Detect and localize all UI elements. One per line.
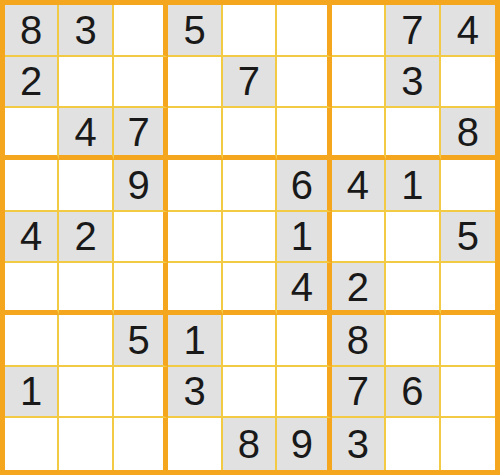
cell-r9c2[interactable]	[59, 418, 113, 470]
cell-r9c5[interactable]: 8	[223, 418, 277, 470]
cell-r7c9[interactable]	[441, 315, 495, 367]
cell-r9c4[interactable]	[168, 418, 222, 470]
cell-r2c2[interactable]	[59, 57, 113, 109]
cell-r7c1[interactable]	[5, 315, 59, 367]
cell-r2c9[interactable]	[441, 57, 495, 109]
cell-r1c4[interactable]: 5	[168, 5, 222, 57]
cell-r8c1[interactable]: 1	[5, 367, 59, 419]
cell-r5c6[interactable]: 1	[277, 212, 331, 264]
cell-r2c4[interactable]	[168, 57, 222, 109]
cell-r3c1[interactable]	[5, 108, 59, 160]
cell-r4c3[interactable]: 9	[114, 160, 168, 212]
cell-r6c3[interactable]	[114, 263, 168, 315]
cell-r9c7[interactable]: 3	[332, 418, 386, 470]
cell-r7c4[interactable]: 1	[168, 315, 222, 367]
cell-r4c2[interactable]	[59, 160, 113, 212]
cell-r8c8[interactable]: 6	[386, 367, 440, 419]
cell-r5c1[interactable]: 4	[5, 212, 59, 264]
cell-r5c5[interactable]	[223, 212, 277, 264]
cell-r1c9[interactable]: 4	[441, 5, 495, 57]
cell-r3c5[interactable]	[223, 108, 277, 160]
cell-r5c3[interactable]	[114, 212, 168, 264]
cell-r3c7[interactable]	[332, 108, 386, 160]
cell-r1c5[interactable]	[223, 5, 277, 57]
cell-r4c6[interactable]: 6	[277, 160, 331, 212]
cell-r4c5[interactable]	[223, 160, 277, 212]
cell-r1c8[interactable]: 7	[386, 5, 440, 57]
cell-r3c6[interactable]	[277, 108, 331, 160]
cell-r1c2[interactable]: 3	[59, 5, 113, 57]
cell-r2c8[interactable]: 3	[386, 57, 440, 109]
cell-r4c1[interactable]	[5, 160, 59, 212]
cell-r9c8[interactable]	[386, 418, 440, 470]
cell-r1c7[interactable]	[332, 5, 386, 57]
cell-r3c9[interactable]: 8	[441, 108, 495, 160]
cell-r1c6[interactable]	[277, 5, 331, 57]
cell-r4c8[interactable]: 1	[386, 160, 440, 212]
cell-r1c1[interactable]: 8	[5, 5, 59, 57]
cell-r3c8[interactable]	[386, 108, 440, 160]
cell-r4c7[interactable]: 4	[332, 160, 386, 212]
cell-r2c5[interactable]: 7	[223, 57, 277, 109]
cell-r4c9[interactable]	[441, 160, 495, 212]
cell-r7c5[interactable]	[223, 315, 277, 367]
cell-r3c2[interactable]: 4	[59, 108, 113, 160]
cell-r7c7[interactable]: 8	[332, 315, 386, 367]
cell-r6c2[interactable]	[59, 263, 113, 315]
cell-r6c4[interactable]	[168, 263, 222, 315]
cell-r6c6[interactable]: 4	[277, 263, 331, 315]
cell-r4c4[interactable]	[168, 160, 222, 212]
cell-r9c9[interactable]	[441, 418, 495, 470]
cell-r8c4[interactable]: 3	[168, 367, 222, 419]
cell-r6c8[interactable]	[386, 263, 440, 315]
sudoku-board: 8357427347896414215425181376893	[0, 0, 500, 475]
cell-r9c1[interactable]	[5, 418, 59, 470]
cell-r5c4[interactable]	[168, 212, 222, 264]
cell-r2c3[interactable]	[114, 57, 168, 109]
cell-r8c3[interactable]	[114, 367, 168, 419]
cell-r5c2[interactable]: 2	[59, 212, 113, 264]
cell-r1c3[interactable]	[114, 5, 168, 57]
cell-r7c8[interactable]	[386, 315, 440, 367]
cell-r2c6[interactable]	[277, 57, 331, 109]
cell-r7c2[interactable]	[59, 315, 113, 367]
cell-r3c3[interactable]: 7	[114, 108, 168, 160]
cell-r6c7[interactable]: 2	[332, 263, 386, 315]
cell-r8c9[interactable]	[441, 367, 495, 419]
cell-r3c4[interactable]	[168, 108, 222, 160]
cell-r8c6[interactable]	[277, 367, 331, 419]
cell-r2c1[interactable]: 2	[5, 57, 59, 109]
cell-r5c8[interactable]	[386, 212, 440, 264]
cell-r6c5[interactable]	[223, 263, 277, 315]
cell-r9c6[interactable]: 9	[277, 418, 331, 470]
cell-r8c7[interactable]: 7	[332, 367, 386, 419]
cell-r5c7[interactable]	[332, 212, 386, 264]
cell-r6c1[interactable]	[5, 263, 59, 315]
cell-r8c2[interactable]	[59, 367, 113, 419]
cell-r7c3[interactable]: 5	[114, 315, 168, 367]
cell-r7c6[interactable]	[277, 315, 331, 367]
cell-r6c9[interactable]	[441, 263, 495, 315]
cell-r2c7[interactable]	[332, 57, 386, 109]
cell-r9c3[interactable]	[114, 418, 168, 470]
cell-r8c5[interactable]	[223, 367, 277, 419]
cell-r5c9[interactable]: 5	[441, 212, 495, 264]
